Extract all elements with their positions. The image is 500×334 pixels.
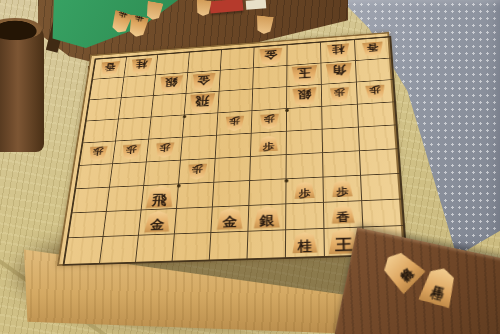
sente-piece-香: 香 — [331, 205, 355, 224]
board-cell — [149, 115, 185, 139]
sente-piece-金: 金 — [144, 210, 171, 232]
board-cell: 銀 — [287, 85, 322, 109]
gote-piece-金: 金 — [191, 73, 216, 92]
sente-piece-銀: 銀 — [253, 206, 280, 229]
board-cell — [323, 151, 361, 177]
board-cell: 飛 — [185, 92, 220, 116]
sente-piece-桂: 桂 — [292, 232, 318, 254]
board-cell: 歩 — [251, 132, 287, 157]
board-cell — [248, 230, 287, 258]
board-cell — [356, 58, 393, 82]
board-cell: 金 — [211, 206, 249, 233]
board-cell: 玉 — [287, 63, 322, 87]
board-cell — [250, 155, 287, 181]
board-cell: 香 — [355, 37, 391, 60]
gote-piece-銀: 銀 — [292, 87, 317, 107]
gote-piece-桂: 桂 — [326, 43, 349, 61]
board-cell — [87, 98, 122, 121]
gote-piece-桂: 桂 — [130, 58, 153, 75]
board-cell: 歩 — [323, 176, 362, 203]
gote-piece-香: 香 — [362, 41, 384, 57]
board-cell — [181, 136, 217, 161]
board-cell: 銀 — [154, 73, 188, 96]
board-cell — [183, 113, 218, 137]
gote-piece-歩: 歩 — [329, 86, 349, 102]
board-cell: 金 — [186, 71, 220, 94]
piece-kanji: 桂馬 — [433, 277, 449, 282]
board-cell — [322, 104, 359, 129]
board-wrap: 香桂金桂香銀金玉角飛銀歩歩歩歩歩歩歩歩歩飛歩歩金金銀香桂王 — [57, 32, 405, 266]
board-cell: 銀 — [248, 204, 286, 231]
board-cell — [151, 94, 186, 118]
sente-piece-歩: 歩 — [259, 135, 279, 152]
board-cell — [213, 181, 250, 207]
board-cell — [76, 164, 113, 189]
board-cell — [218, 89, 253, 113]
board-cell — [173, 233, 212, 261]
board-cell — [100, 236, 139, 263]
wooden-bin — [0, 24, 44, 152]
gote-piece-歩: 歩 — [259, 113, 279, 129]
board-cell: 香 — [324, 201, 363, 229]
board-cell: 歩 — [286, 177, 324, 204]
board-cell — [360, 149, 399, 176]
gote-piece-歩: 歩 — [365, 84, 386, 100]
board-cell — [286, 203, 324, 231]
gote-piece-金: 金 — [258, 47, 282, 66]
board-cell — [83, 119, 119, 143]
sente-piece-金: 金 — [216, 207, 243, 229]
gote-piece-銀: 銀 — [158, 75, 183, 94]
piece-kanji: 歩 — [114, 23, 126, 27]
board-cell — [110, 162, 147, 187]
sente-piece-飛: 飛 — [145, 185, 174, 208]
board-cell — [252, 87, 287, 111]
board-cell: 桂 — [321, 40, 356, 63]
gote-piece-歩: 歩 — [154, 142, 174, 158]
board-cell — [177, 183, 214, 209]
board-cell — [359, 125, 398, 151]
board-cell — [122, 75, 156, 98]
board-cell: 歩 — [113, 139, 149, 164]
gote-piece-歩: 歩 — [224, 115, 244, 131]
board-cell: 歩 — [217, 111, 252, 136]
board-cell — [221, 48, 255, 71]
board-cell: 歩 — [252, 109, 287, 134]
board-cell — [358, 102, 396, 127]
board-cell — [323, 127, 360, 153]
board-cell — [107, 186, 144, 212]
gote-piece-歩: 歩 — [187, 163, 207, 180]
board-cell: 角 — [321, 61, 356, 85]
board-cell — [362, 199, 403, 227]
board-cell — [175, 207, 213, 234]
board-cell — [287, 43, 321, 66]
board-cell: 歩 — [357, 80, 394, 105]
board-cell — [136, 234, 175, 261]
gote-piece-玉: 玉 — [291, 65, 317, 86]
shogi-board: 香桂金桂香銀金玉角飛銀歩歩歩歩歩歩歩歩歩飛歩歩金金銀香桂王 — [57, 32, 405, 266]
board-cell — [90, 77, 124, 100]
board-cell — [65, 237, 104, 264]
sente-piece-歩: 歩 — [294, 181, 315, 199]
gote-piece-歩: 歩 — [121, 144, 141, 160]
board-cell — [210, 232, 249, 260]
board-cell: 歩 — [147, 138, 183, 163]
board-cell — [216, 134, 252, 159]
board-cell: 香 — [93, 57, 127, 79]
photo-scene: 歩 歩 香桂金桂香銀金玉角飛銀歩歩歩歩歩歩歩歩歩飛歩歩金金銀香桂王 銀将 桂馬 — [0, 0, 500, 334]
board-cell: 歩 — [80, 141, 116, 165]
board-cell — [188, 50, 222, 73]
piece-kanji: 歩 — [131, 28, 144, 31]
board-cell — [214, 157, 251, 183]
board-cell: 飛 — [142, 184, 179, 210]
board-cell — [69, 212, 107, 238]
gote-piece-香: 香 — [99, 61, 120, 76]
board-cell — [72, 188, 109, 214]
board-cell — [119, 96, 154, 119]
board-cell: 歩 — [322, 82, 358, 106]
gote-piece-飛: 飛 — [188, 93, 215, 114]
board-cell — [116, 117, 152, 141]
sente-hand-piece: 銀将 — [377, 246, 426, 295]
sente-piece-歩: 歩 — [331, 180, 352, 198]
board-cell: 桂 — [124, 55, 158, 77]
board-cell — [156, 53, 190, 76]
board-cell — [103, 210, 141, 237]
board-cell — [144, 161, 181, 186]
board-cell — [220, 68, 254, 91]
board-cell — [361, 174, 401, 201]
cream-box — [246, 0, 267, 10]
board-cell: 金 — [254, 45, 288, 68]
board-cell: 金 — [139, 209, 177, 236]
board-cell — [249, 179, 286, 206]
gote-piece-角: 角 — [325, 62, 352, 83]
board-cell: 桂 — [286, 229, 325, 257]
board-cell — [253, 66, 287, 89]
board-cell — [287, 107, 323, 132]
board-cell — [287, 153, 324, 179]
board-cell: 歩 — [179, 159, 216, 185]
gote-piece-歩: 歩 — [87, 145, 107, 161]
piece-kanji: 銀将 — [390, 259, 402, 271]
board-cell — [287, 129, 323, 154]
